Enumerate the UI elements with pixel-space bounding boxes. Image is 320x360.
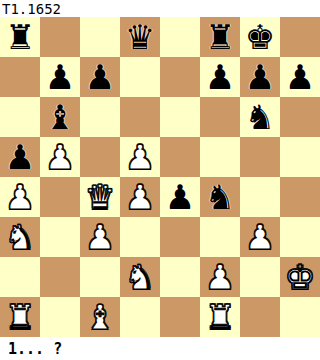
white-bishop-c1[interactable]: ♝ xyxy=(85,297,115,337)
square-f3[interactable] xyxy=(200,217,240,257)
black-queen-d8[interactable]: ♛ xyxy=(125,17,155,57)
square-d6[interactable] xyxy=(120,97,160,137)
square-b7[interactable]: ♟ xyxy=(40,57,80,97)
square-c3[interactable]: ♟ xyxy=(80,217,120,257)
square-e2[interactable] xyxy=(160,257,200,297)
square-d3[interactable] xyxy=(120,217,160,257)
chess-board: ♜♛♜♚♟♟♟♟♟♝♞♟♟♟♟♛♟♟♞♞♟♟♞♟♚♜♝♜ xyxy=(0,17,320,337)
square-h6[interactable] xyxy=(280,97,320,137)
square-e7[interactable] xyxy=(160,57,200,97)
square-f5[interactable] xyxy=(200,137,240,177)
square-b1[interactable] xyxy=(40,297,80,337)
square-g3[interactable]: ♟ xyxy=(240,217,280,257)
square-d7[interactable] xyxy=(120,57,160,97)
square-h3[interactable] xyxy=(280,217,320,257)
square-g4[interactable] xyxy=(240,177,280,217)
square-e5[interactable] xyxy=(160,137,200,177)
square-b4[interactable] xyxy=(40,177,80,217)
white-rook-f1[interactable]: ♜ xyxy=(205,297,235,337)
square-g2[interactable] xyxy=(240,257,280,297)
square-b3[interactable] xyxy=(40,217,80,257)
black-pawn-f7[interactable]: ♟ xyxy=(205,57,235,97)
white-knight-d2[interactable]: ♞ xyxy=(125,257,155,297)
square-d8[interactable]: ♛ xyxy=(120,17,160,57)
black-pawn-a5[interactable]: ♟ xyxy=(5,137,35,177)
square-e4[interactable]: ♟ xyxy=(160,177,200,217)
puzzle-title: T1.1652 xyxy=(0,0,320,17)
square-a6[interactable] xyxy=(0,97,40,137)
square-h8[interactable] xyxy=(280,17,320,57)
square-h4[interactable] xyxy=(280,177,320,217)
square-f4[interactable]: ♞ xyxy=(200,177,240,217)
square-c1[interactable]: ♝ xyxy=(80,297,120,337)
square-a8[interactable]: ♜ xyxy=(0,17,40,57)
square-f1[interactable]: ♜ xyxy=(200,297,240,337)
square-d2[interactable]: ♞ xyxy=(120,257,160,297)
black-rook-a8[interactable]: ♜ xyxy=(5,17,35,57)
square-c4[interactable]: ♛ xyxy=(80,177,120,217)
square-d1[interactable] xyxy=(120,297,160,337)
white-pawn-a4[interactable]: ♟ xyxy=(5,177,35,217)
square-g5[interactable] xyxy=(240,137,280,177)
white-pawn-d4[interactable]: ♟ xyxy=(125,177,155,217)
white-king-h2[interactable]: ♚ xyxy=(285,257,315,297)
square-h2[interactable]: ♚ xyxy=(280,257,320,297)
white-pawn-d5[interactable]: ♟ xyxy=(125,137,155,177)
square-c5[interactable] xyxy=(80,137,120,177)
black-pawn-e4[interactable]: ♟ xyxy=(165,177,195,217)
square-f2[interactable]: ♟ xyxy=(200,257,240,297)
white-pawn-g3[interactable]: ♟ xyxy=(245,217,275,257)
square-a7[interactable] xyxy=(0,57,40,97)
white-pawn-c3[interactable]: ♟ xyxy=(85,217,115,257)
square-b6[interactable]: ♝ xyxy=(40,97,80,137)
square-e6[interactable] xyxy=(160,97,200,137)
black-king-g8[interactable]: ♚ xyxy=(245,17,275,57)
square-f8[interactable]: ♜ xyxy=(200,17,240,57)
square-f6[interactable] xyxy=(200,97,240,137)
black-pawn-b7[interactable]: ♟ xyxy=(45,57,75,97)
black-pawn-c7[interactable]: ♟ xyxy=(85,57,115,97)
square-h1[interactable] xyxy=(280,297,320,337)
square-g7[interactable]: ♟ xyxy=(240,57,280,97)
black-pawn-g7[interactable]: ♟ xyxy=(245,57,275,97)
square-a3[interactable]: ♞ xyxy=(0,217,40,257)
puzzle-title-text: T1.1652 xyxy=(2,1,61,17)
square-h5[interactable] xyxy=(280,137,320,177)
square-c7[interactable]: ♟ xyxy=(80,57,120,97)
black-bishop-b6[interactable]: ♝ xyxy=(45,97,75,137)
white-rook-a1[interactable]: ♜ xyxy=(5,297,35,337)
black-pawn-h7[interactable]: ♟ xyxy=(285,57,315,97)
square-d5[interactable]: ♟ xyxy=(120,137,160,177)
move-prompt: 1... ? xyxy=(0,337,320,360)
white-queen-c4[interactable]: ♛ xyxy=(85,177,115,217)
square-c8[interactable] xyxy=(80,17,120,57)
square-h7[interactable]: ♟ xyxy=(280,57,320,97)
square-g6[interactable]: ♞ xyxy=(240,97,280,137)
move-prompt-text: 1... ? xyxy=(8,340,62,358)
square-c2[interactable] xyxy=(80,257,120,297)
square-d4[interactable]: ♟ xyxy=(120,177,160,217)
square-a1[interactable]: ♜ xyxy=(0,297,40,337)
square-a5[interactable]: ♟ xyxy=(0,137,40,177)
square-c6[interactable] xyxy=(80,97,120,137)
square-a2[interactable] xyxy=(0,257,40,297)
white-pawn-b5[interactable]: ♟ xyxy=(45,137,75,177)
square-b8[interactable] xyxy=(40,17,80,57)
white-knight-a3[interactable]: ♞ xyxy=(5,217,35,257)
black-knight-f4[interactable]: ♞ xyxy=(205,177,235,217)
square-e1[interactable] xyxy=(160,297,200,337)
black-knight-g6[interactable]: ♞ xyxy=(245,97,275,137)
square-g8[interactable]: ♚ xyxy=(240,17,280,57)
square-e3[interactable] xyxy=(160,217,200,257)
square-b5[interactable]: ♟ xyxy=(40,137,80,177)
black-rook-f8[interactable]: ♜ xyxy=(205,17,235,57)
white-pawn-f2[interactable]: ♟ xyxy=(205,257,235,297)
square-e8[interactable] xyxy=(160,17,200,57)
square-f7[interactable]: ♟ xyxy=(200,57,240,97)
square-g1[interactable] xyxy=(240,297,280,337)
square-b2[interactable] xyxy=(40,257,80,297)
square-a4[interactable]: ♟ xyxy=(0,177,40,217)
